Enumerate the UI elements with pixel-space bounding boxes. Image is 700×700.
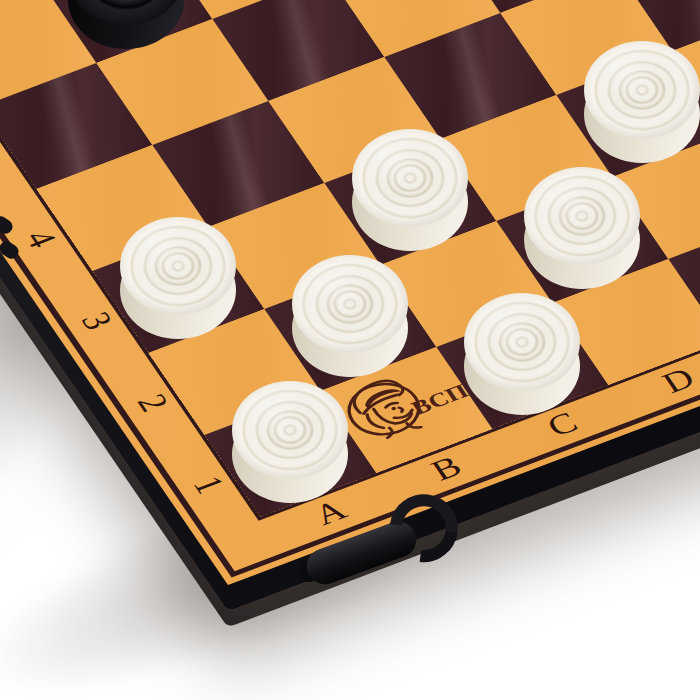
row-label-1: 1 [187, 472, 232, 498]
row-label-5: 5 [0, 144, 8, 170]
col-label-C: C [541, 407, 582, 442]
logo-text: ВСП [407, 380, 473, 419]
row-label-2: 2 [131, 390, 176, 416]
row-label-4: 4 [19, 226, 64, 252]
row-label-3: 3 [75, 308, 120, 334]
col-label-D: D [656, 363, 699, 398]
product-photo-stage: ABCDEFGH12345678 [0, 0, 700, 700]
